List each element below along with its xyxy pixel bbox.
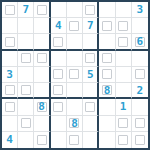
even-marker [118, 37, 128, 47]
cell-r8c8[interactable] [116, 116, 132, 132]
cell-r3c4[interactable] [51, 34, 67, 50]
cell-r8c3[interactable] [34, 116, 50, 132]
cell-r6c1[interactable] [2, 83, 18, 99]
cell-r6c8[interactable] [116, 83, 132, 99]
cell-r1c8[interactable] [116, 2, 132, 18]
cell-r8c1[interactable] [2, 116, 18, 132]
cell-r8c2[interactable] [18, 116, 34, 132]
even-marker [135, 135, 145, 145]
even-marker [135, 118, 145, 128]
cell-r7c5[interactable] [67, 99, 83, 115]
cell-r1c4[interactable] [51, 2, 67, 18]
cell-r7c4[interactable] [51, 99, 67, 115]
cell-r6c9[interactable]: 2 [132, 83, 148, 99]
even-marker [85, 102, 95, 112]
cell-r1c2[interactable]: 7 [18, 2, 34, 18]
cell-r1c6[interactable] [83, 2, 99, 18]
cell-r5c2[interactable] [18, 67, 34, 83]
cell-r2c8[interactable] [116, 18, 132, 34]
cell-r2c7[interactable] [99, 18, 115, 34]
cell-r7c8[interactable]: 1 [116, 99, 132, 115]
cell-r1c7[interactable] [99, 2, 115, 18]
cell-r6c7[interactable]: 8 [99, 83, 115, 99]
cell-r6c3[interactable] [34, 83, 50, 99]
given-digit: 1 [120, 101, 127, 112]
cell-r8c6[interactable] [83, 116, 99, 132]
even-marker [102, 53, 112, 63]
given-digit: 3 [137, 4, 144, 15]
cell-r9c4[interactable] [51, 132, 67, 148]
given-digit: 8 [38, 101, 45, 112]
even-marker [69, 21, 79, 31]
cell-r2c3[interactable] [34, 18, 50, 34]
even-marker [5, 102, 15, 112]
given-digit: 7 [87, 20, 94, 31]
cell-r6c5[interactable] [67, 83, 83, 99]
even-marker [69, 69, 79, 79]
even-marker [69, 135, 79, 145]
cell-r3c5[interactable] [67, 34, 83, 50]
cell-r6c2[interactable] [18, 83, 34, 99]
cell-r8c5[interactable]: 8 [67, 116, 83, 132]
even-marker [5, 85, 15, 95]
given-digit: 8 [71, 118, 78, 129]
given-digit: 4 [55, 20, 62, 31]
even-marker [21, 85, 31, 95]
cell-r9c7[interactable] [99, 132, 115, 148]
cell-r3c8[interactable] [116, 34, 132, 50]
even-marker [5, 37, 15, 47]
cell-r7c2[interactable] [18, 99, 34, 115]
cell-r4c5[interactable] [67, 51, 83, 67]
cell-r3c9[interactable]: 6 [132, 34, 148, 50]
cell-r2c1[interactable] [2, 18, 18, 34]
even-marker [37, 5, 47, 15]
cell-r8c7[interactable] [99, 116, 115, 132]
even-marker [118, 21, 128, 31]
cell-r4c1[interactable] [2, 51, 18, 67]
cell-r1c9[interactable]: 3 [132, 2, 148, 18]
cell-r6c6[interactable] [83, 83, 99, 99]
cell-r7c6[interactable] [83, 99, 99, 115]
cell-r9c2[interactable] [18, 132, 34, 148]
even-marker [53, 102, 63, 112]
cell-r4c9[interactable] [132, 51, 148, 67]
cell-r5c9[interactable] [132, 67, 148, 83]
even-marker [53, 69, 63, 79]
even-marker [21, 53, 31, 63]
cell-r5c3[interactable] [34, 67, 50, 83]
given-digit: 7 [23, 4, 30, 15]
cell-r7c3[interactable]: 8 [34, 99, 50, 115]
even-marker [37, 135, 47, 145]
cell-r5c5[interactable] [67, 67, 83, 83]
cell-r9c1[interactable]: 4 [2, 132, 18, 148]
cell-r9c3[interactable] [34, 132, 50, 148]
even-marker [53, 37, 63, 47]
cell-r2c2[interactable] [18, 18, 34, 34]
cell-r8c9[interactable] [132, 116, 148, 132]
given-digit: 8 [104, 85, 111, 96]
cell-r4c3[interactable] [34, 51, 50, 67]
cell-r6c4[interactable] [51, 83, 67, 99]
cell-r7c7[interactable] [99, 99, 115, 115]
cell-r4c4[interactable] [51, 51, 67, 67]
given-digit: 6 [137, 36, 144, 47]
cell-r2c6[interactable]: 7 [83, 18, 99, 34]
cell-r5c4[interactable] [51, 67, 67, 83]
cell-r9c9[interactable] [132, 132, 148, 148]
even-marker [5, 5, 15, 15]
even-marker [85, 5, 95, 15]
cell-r3c2[interactable] [18, 34, 34, 50]
even-marker [53, 85, 63, 95]
given-digit: 5 [87, 69, 94, 80]
cell-r2c9[interactable] [132, 18, 148, 34]
cell-r5c1[interactable]: 3 [2, 67, 18, 83]
even-marker [102, 21, 112, 31]
cell-r4c7[interactable] [99, 51, 115, 67]
cell-r4c8[interactable] [116, 51, 132, 67]
cell-r1c3[interactable] [34, 2, 50, 18]
cell-r3c3[interactable] [34, 34, 50, 50]
cell-r3c1[interactable] [2, 34, 18, 50]
cell-r9c8[interactable] [116, 132, 132, 148]
cell-r4c2[interactable] [18, 51, 34, 67]
even-marker [85, 53, 95, 63]
cell-r2c4[interactable]: 4 [51, 18, 67, 34]
given-digit: 4 [6, 134, 13, 145]
cell-r4c6[interactable] [83, 51, 99, 67]
cell-r9c6[interactable] [83, 132, 99, 148]
cell-r1c5[interactable] [67, 2, 83, 18]
cell-r7c1[interactable] [2, 99, 18, 115]
cell-r8c4[interactable] [51, 116, 67, 132]
cell-r2c5[interactable] [67, 18, 83, 34]
given-digit: 3 [6, 69, 13, 80]
cell-r5c7[interactable] [99, 67, 115, 83]
cell-r9c5[interactable] [67, 132, 83, 148]
cell-r5c6[interactable]: 5 [83, 67, 99, 83]
even-marker [118, 118, 128, 128]
even-marker [102, 69, 112, 79]
cell-r7c9[interactable] [132, 99, 148, 115]
cell-r1c1[interactable] [2, 2, 18, 18]
even-marker [135, 69, 145, 79]
cell-r3c7[interactable] [99, 34, 115, 50]
even-marker [118, 135, 128, 145]
given-digit: 2 [137, 85, 144, 96]
cell-r3c6[interactable] [83, 34, 99, 50]
cell-r5c8[interactable] [116, 67, 132, 83]
sudoku-board: 7347635828184 [0, 0, 150, 150]
even-marker [21, 118, 31, 128]
even-marker [37, 53, 47, 63]
